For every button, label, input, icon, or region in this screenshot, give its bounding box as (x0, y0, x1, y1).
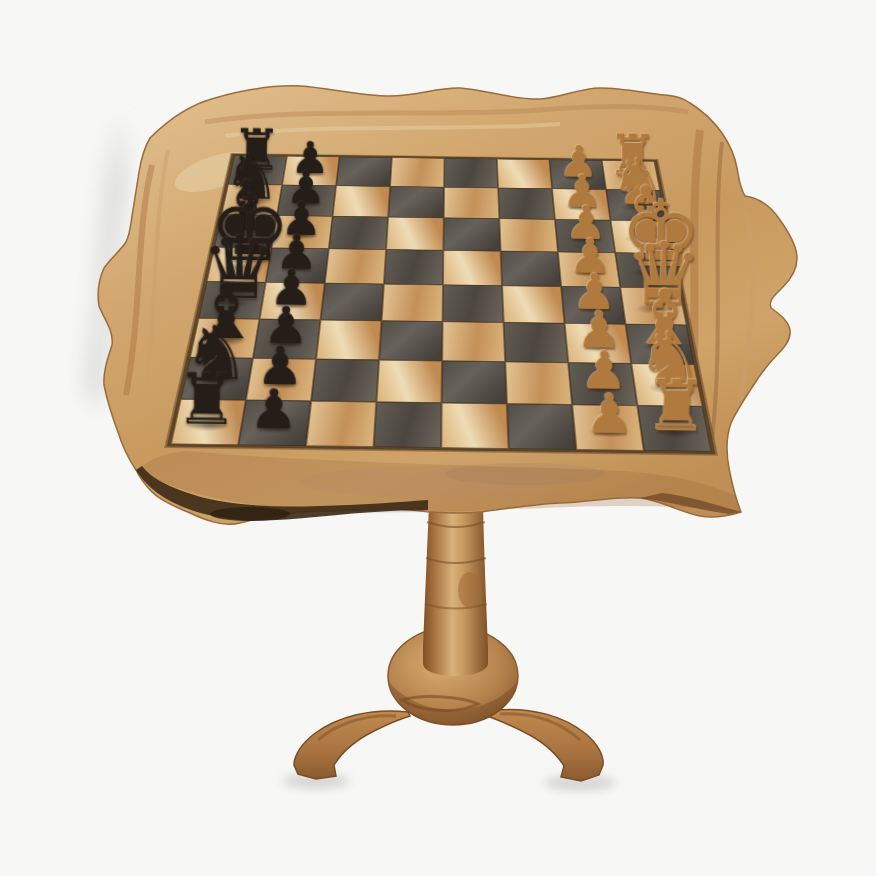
square-a3 (507, 404, 576, 450)
square-b6 (311, 359, 379, 402)
square-g6 (333, 186, 391, 217)
square-h6 (336, 157, 392, 187)
square-d2: ♟ (561, 287, 625, 325)
square-e7: ♟ (266, 248, 329, 283)
square-f1: ♝ (611, 220, 673, 253)
board-tilt: ♜♟♟♜♞♟♟♞♝♟♟♝♚♟♟♚♛♟♟♛♝♟♟♝♞♟♟♞♜♟♟♜ (168, 154, 708, 449)
square-a8: ♜ (171, 399, 246, 445)
piece-white-pawn: ♟ (552, 139, 606, 183)
square-g4 (444, 187, 500, 218)
square-d3 (502, 286, 565, 324)
square-e2: ♟ (558, 252, 620, 287)
square-b1: ♞ (631, 364, 702, 407)
square-h8: ♜ (228, 155, 287, 185)
square-f5 (386, 217, 444, 250)
square-d4 (443, 285, 504, 323)
square-c6 (316, 320, 382, 360)
square-f7: ♟ (272, 216, 333, 249)
square-e1: ♚ (615, 253, 679, 288)
square-d1: ♛ (620, 287, 686, 325)
square-h3 (497, 159, 552, 189)
board-scene: ♜♟♟♜♞♟♟♞♝♟♟♝♚♟♟♚♛♟♟♛♝♟♟♝♞♟♟♞♜♟♟♜ (120, 0, 760, 603)
square-b3 (505, 362, 572, 405)
square-c7: ♟ (253, 319, 321, 359)
square-d6 (321, 283, 384, 321)
square-g5 (388, 186, 444, 217)
square-e3 (501, 251, 562, 286)
square-d5 (382, 284, 443, 322)
square-g3 (498, 188, 555, 219)
square-f8: ♝ (214, 215, 277, 248)
square-d8: ♛ (199, 282, 266, 320)
square-b2: ♟ (568, 363, 637, 406)
square-g1: ♞ (606, 189, 666, 220)
square-c1: ♝ (626, 324, 695, 364)
square-a4 (441, 403, 509, 449)
square-c4 (442, 322, 505, 362)
square-f6 (329, 216, 388, 249)
square-c3 (504, 322, 569, 362)
square-h1: ♜ (602, 161, 660, 191)
square-d7: ♟ (260, 282, 325, 320)
chess-table-photo: ♜♟♟♜♞♟♟♞♝♟♟♝♚♟♟♚♛♟♟♛♝♟♟♝♞♟♟♞♜♟♟♜ (0, 0, 876, 876)
square-h7: ♟ (282, 156, 339, 186)
square-g2: ♟ (552, 189, 610, 220)
square-f3 (499, 219, 558, 252)
piece-white-rook: ♜ (605, 127, 659, 184)
square-b5 (376, 360, 442, 403)
square-a1: ♜ (637, 406, 711, 452)
square-e8: ♚ (207, 247, 272, 282)
square-a7: ♟ (238, 400, 311, 446)
square-h2: ♟ (549, 160, 606, 190)
square-a6 (306, 401, 376, 447)
square-h5 (390, 158, 444, 188)
square-a5 (374, 402, 442, 448)
square-e6 (325, 249, 386, 284)
square-b7: ♟ (246, 358, 316, 401)
square-f4 (443, 218, 500, 251)
square-b4 (442, 361, 507, 404)
square-c2: ♟ (565, 323, 632, 363)
piece-black-pawn: ♟ (283, 135, 337, 179)
square-a2: ♟ (572, 405, 644, 451)
square-c8: ♝ (190, 318, 260, 358)
square-b8: ♞ (181, 357, 253, 400)
square-e5 (384, 250, 443, 285)
square-e4 (443, 250, 502, 285)
square-g7: ♟ (277, 185, 336, 216)
square-h4 (444, 158, 498, 188)
square-c5 (379, 321, 443, 361)
chess-board: ♜♟♟♜♞♟♟♞♝♟♟♝♚♟♟♚♛♟♟♛♝♟♟♝♞♟♟♞♜♟♟♜ (167, 154, 716, 454)
square-g8: ♞ (221, 184, 282, 215)
piece-black-rook: ♜ (229, 122, 283, 179)
square-f2: ♟ (555, 219, 615, 252)
